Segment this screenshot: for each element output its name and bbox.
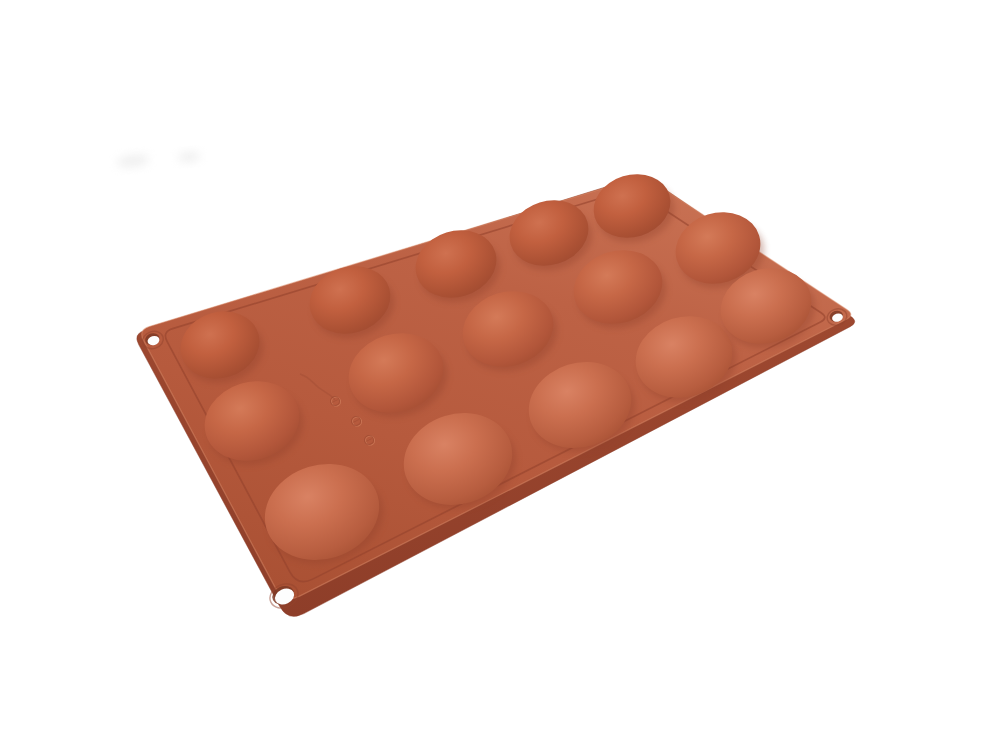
- backdrop-smudge: [178, 151, 201, 163]
- silicone-mold-photo: [0, 0, 1000, 750]
- backdrop-smudge: [116, 153, 149, 169]
- photo-stage: [0, 0, 1000, 750]
- background-smudges: [116, 151, 200, 169]
